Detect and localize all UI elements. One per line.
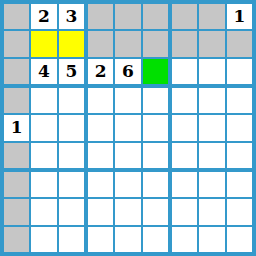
blocked-cell-r2c6 [143, 31, 168, 56]
cell-r7c6[interactable] [143, 172, 168, 197]
cell-r9c8[interactable] [199, 227, 224, 252]
cell-r1c9[interactable]: 1 [227, 4, 252, 29]
blocked-cell-r2c1 [4, 31, 29, 56]
cell-r3c9[interactable] [227, 59, 252, 84]
cell-r7c4[interactable] [88, 172, 113, 197]
cell-r7c7[interactable] [172, 172, 197, 197]
cell-r6c7[interactable] [172, 143, 197, 168]
cell-r5c1[interactable]: 1 [4, 115, 29, 140]
blocked-cell-r1c6 [143, 4, 168, 29]
cell-r5c3[interactable] [59, 115, 84, 140]
cell-r6c4[interactable] [88, 143, 113, 168]
blocked-cell-r2c5 [115, 31, 140, 56]
box-1: 2345 [4, 4, 84, 84]
cell-r8c2[interactable] [31, 199, 56, 224]
blocked-cell-r1c5 [115, 4, 140, 29]
cell-r6c9[interactable] [227, 143, 252, 168]
cell-r5c2[interactable] [31, 115, 56, 140]
blocked-cell-r2c8 [199, 31, 224, 56]
blocked-cell-r1c1 [4, 4, 29, 29]
box-8 [88, 172, 168, 252]
blocked-cell-r9c1 [4, 227, 29, 252]
cell-r5c9[interactable] [227, 115, 252, 140]
cell-r3c7[interactable] [172, 59, 197, 84]
cell-r2c2[interactable] [31, 31, 56, 56]
cell-r5c6[interactable] [143, 115, 168, 140]
cell-r1c3[interactable]: 3 [59, 4, 84, 29]
blocked-cell-r2c9 [227, 31, 252, 56]
cell-r9c3[interactable] [59, 227, 84, 252]
blocked-cell-r3c1 [4, 59, 29, 84]
box-2: 26 [88, 4, 168, 84]
cell-r6c8[interactable] [199, 143, 224, 168]
blocked-cell-r2c7 [172, 31, 197, 56]
cell-r4c8[interactable] [199, 88, 224, 113]
cell-r4c4[interactable] [88, 88, 113, 113]
cell-r4c7[interactable] [172, 88, 197, 113]
blocked-cell-r1c4 [88, 4, 113, 29]
cell-r9c7[interactable] [172, 227, 197, 252]
cell-r7c5[interactable] [115, 172, 140, 197]
box-9 [172, 172, 252, 252]
cell-r8c8[interactable] [199, 199, 224, 224]
cell-r4c5[interactable] [115, 88, 140, 113]
blocked-cell-r1c7 [172, 4, 197, 29]
box-5 [88, 88, 168, 168]
blocked-cell-r1c8 [199, 4, 224, 29]
blocked-cell-r8c1 [4, 199, 29, 224]
cell-r4c6[interactable] [143, 88, 168, 113]
cell-r7c3[interactable] [59, 172, 84, 197]
cell-r4c2[interactable] [31, 88, 56, 113]
blocked-cell-r6c1 [4, 143, 29, 168]
cell-r3c6[interactable] [143, 59, 168, 84]
cell-r6c2[interactable] [31, 143, 56, 168]
blocked-cell-r7c1 [4, 172, 29, 197]
cell-r4c9[interactable] [227, 88, 252, 113]
cell-r3c3[interactable]: 5 [59, 59, 84, 84]
cell-r8c5[interactable] [115, 199, 140, 224]
cell-r9c5[interactable] [115, 227, 140, 252]
cell-r9c9[interactable] [227, 227, 252, 252]
cell-r8c6[interactable] [143, 199, 168, 224]
cell-r5c5[interactable] [115, 115, 140, 140]
box-4: 1 [4, 88, 84, 168]
cell-r3c5[interactable]: 6 [115, 59, 140, 84]
cell-r9c2[interactable] [31, 227, 56, 252]
cell-r6c6[interactable] [143, 143, 168, 168]
cell-r8c3[interactable] [59, 199, 84, 224]
cell-r9c6[interactable] [143, 227, 168, 252]
puzzle-board: 23452611 [0, 0, 256, 256]
cell-r5c8[interactable] [199, 115, 224, 140]
cell-r7c2[interactable] [31, 172, 56, 197]
cell-r6c3[interactable] [59, 143, 84, 168]
box-3: 1 [172, 4, 252, 84]
cell-r7c9[interactable] [227, 172, 252, 197]
cell-r2c3[interactable] [59, 31, 84, 56]
cell-r6c5[interactable] [115, 143, 140, 168]
blocked-cell-r4c1 [4, 88, 29, 113]
cell-r5c4[interactable] [88, 115, 113, 140]
box-6 [172, 88, 252, 168]
cell-r8c7[interactable] [172, 199, 197, 224]
cell-r9c4[interactable] [88, 227, 113, 252]
cell-r1c2[interactable]: 2 [31, 4, 56, 29]
cell-r3c2[interactable]: 4 [31, 59, 56, 84]
cell-r3c4[interactable]: 2 [88, 59, 113, 84]
cell-r4c3[interactable] [59, 88, 84, 113]
cell-r7c8[interactable] [199, 172, 224, 197]
cell-r8c4[interactable] [88, 199, 113, 224]
cell-r8c9[interactable] [227, 199, 252, 224]
cell-r3c8[interactable] [199, 59, 224, 84]
box-7 [4, 172, 84, 252]
blocked-cell-r2c4 [88, 31, 113, 56]
cell-r5c7[interactable] [172, 115, 197, 140]
